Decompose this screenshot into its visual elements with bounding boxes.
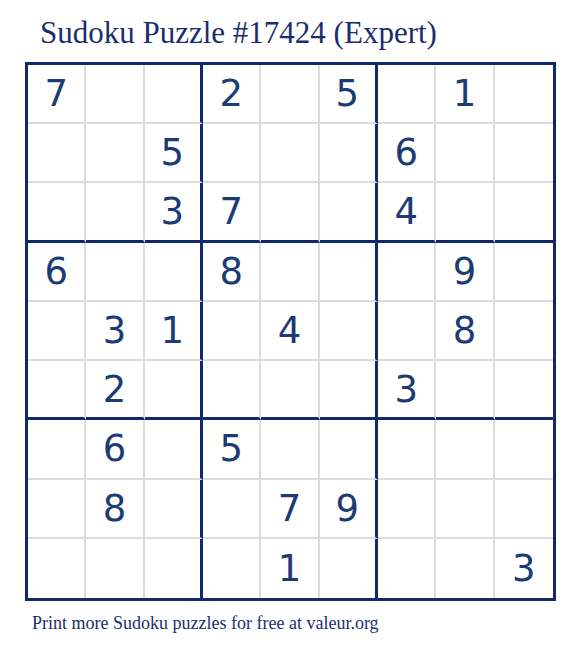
- sudoku-cell-r5c2[interactable]: 3: [86, 302, 144, 361]
- sudoku-board: 7251563746893148236587913: [25, 62, 556, 601]
- sudoku-cell-r7c7[interactable]: [378, 420, 436, 479]
- sudoku-cell-r5c9[interactable]: [495, 302, 553, 361]
- sudoku-cell-r6c5[interactable]: [261, 361, 319, 420]
- sudoku-cell-r8c9[interactable]: [495, 480, 553, 539]
- sudoku-cell-r6c4[interactable]: [203, 361, 261, 420]
- sudoku-cell-r1c6[interactable]: 5: [320, 65, 378, 124]
- sudoku-cell-r1c4[interactable]: 2: [203, 65, 261, 124]
- footer-text: Print more Sudoku puzzles for free at va…: [32, 613, 379, 634]
- sudoku-cell-r2c4[interactable]: [203, 124, 261, 183]
- sudoku-cell-r6c3[interactable]: [145, 361, 203, 420]
- sudoku-cell-r4c1[interactable]: 6: [28, 243, 86, 302]
- sudoku-cell-r3c7[interactable]: 4: [378, 183, 436, 242]
- sudoku-cell-r3c2[interactable]: [86, 183, 144, 242]
- sudoku-cell-r9c6[interactable]: [320, 539, 378, 598]
- sudoku-cell-r3c4[interactable]: 7: [203, 183, 261, 242]
- sudoku-cell-r2c2[interactable]: [86, 124, 144, 183]
- sudoku-cell-r1c9[interactable]: [495, 65, 553, 124]
- sudoku-cell-r8c2[interactable]: 8: [86, 480, 144, 539]
- sudoku-cell-r5c5[interactable]: 4: [261, 302, 319, 361]
- sudoku-cell-r8c4[interactable]: [203, 480, 261, 539]
- sudoku-cell-r2c7[interactable]: 6: [378, 124, 436, 183]
- sudoku-cell-r5c4[interactable]: [203, 302, 261, 361]
- sudoku-cell-r7c8[interactable]: [436, 420, 494, 479]
- sudoku-cell-r1c8[interactable]: 1: [436, 65, 494, 124]
- sudoku-cell-r7c1[interactable]: [28, 420, 86, 479]
- sudoku-cell-r6c2[interactable]: 2: [86, 361, 144, 420]
- sudoku-cell-r9c3[interactable]: [145, 539, 203, 598]
- sudoku-cell-r7c3[interactable]: [145, 420, 203, 479]
- sudoku-cell-r6c1[interactable]: [28, 361, 86, 420]
- sudoku-cell-r7c6[interactable]: [320, 420, 378, 479]
- sudoku-cell-r7c9[interactable]: [495, 420, 553, 479]
- sudoku-cell-r3c9[interactable]: [495, 183, 553, 242]
- sudoku-cell-r6c7[interactable]: 3: [378, 361, 436, 420]
- sudoku-cell-r3c8[interactable]: [436, 183, 494, 242]
- sudoku-cell-r1c1[interactable]: 7: [28, 65, 86, 124]
- sudoku-cell-r2c3[interactable]: 5: [145, 124, 203, 183]
- sudoku-cell-r3c6[interactable]: [320, 183, 378, 242]
- sudoku-cell-r1c3[interactable]: [145, 65, 203, 124]
- sudoku-cell-r7c2[interactable]: 6: [86, 420, 144, 479]
- sudoku-cell-r7c5[interactable]: [261, 420, 319, 479]
- sudoku-cell-r8c3[interactable]: [145, 480, 203, 539]
- sudoku-cell-r2c8[interactable]: [436, 124, 494, 183]
- sudoku-cell-r9c7[interactable]: [378, 539, 436, 598]
- sudoku-cell-r1c2[interactable]: [86, 65, 144, 124]
- sudoku-cell-r2c9[interactable]: [495, 124, 553, 183]
- sudoku-cell-r2c6[interactable]: [320, 124, 378, 183]
- sudoku-cell-r4c9[interactable]: [495, 243, 553, 302]
- sudoku-cell-r3c5[interactable]: [261, 183, 319, 242]
- sudoku-cell-r1c5[interactable]: [261, 65, 319, 124]
- sudoku-cell-r2c1[interactable]: [28, 124, 86, 183]
- sudoku-cell-r8c7[interactable]: [378, 480, 436, 539]
- sudoku-cell-r7c4[interactable]: 5: [203, 420, 261, 479]
- sudoku-cell-r4c5[interactable]: [261, 243, 319, 302]
- sudoku-cell-r1c7[interactable]: [378, 65, 436, 124]
- sudoku-cell-r9c9[interactable]: 3: [495, 539, 553, 598]
- page-title: Sudoku Puzzle #17424 (Expert): [40, 14, 437, 51]
- sudoku-cell-r8c1[interactable]: [28, 480, 86, 539]
- sudoku-cell-r3c1[interactable]: [28, 183, 86, 242]
- sudoku-cell-r8c6[interactable]: 9: [320, 480, 378, 539]
- sudoku-cell-r6c9[interactable]: [495, 361, 553, 420]
- sudoku-cell-r9c1[interactable]: [28, 539, 86, 598]
- sudoku-page: Sudoku Puzzle #17424 (Expert) 7251563746…: [0, 0, 580, 651]
- sudoku-cell-r9c4[interactable]: [203, 539, 261, 598]
- sudoku-cell-r4c3[interactable]: [145, 243, 203, 302]
- sudoku-cell-r9c2[interactable]: [86, 539, 144, 598]
- sudoku-cell-r5c6[interactable]: [320, 302, 378, 361]
- sudoku-cell-r4c2[interactable]: [86, 243, 144, 302]
- sudoku-cell-r5c7[interactable]: [378, 302, 436, 361]
- sudoku-cell-r9c8[interactable]: [436, 539, 494, 598]
- sudoku-cell-r4c8[interactable]: 9: [436, 243, 494, 302]
- sudoku-cell-r6c8[interactable]: [436, 361, 494, 420]
- sudoku-cell-r4c6[interactable]: [320, 243, 378, 302]
- sudoku-cell-r4c7[interactable]: [378, 243, 436, 302]
- sudoku-cell-r2c5[interactable]: [261, 124, 319, 183]
- sudoku-cell-r5c1[interactable]: [28, 302, 86, 361]
- sudoku-cell-r8c5[interactable]: 7: [261, 480, 319, 539]
- sudoku-cell-r9c5[interactable]: 1: [261, 539, 319, 598]
- sudoku-cell-r3c3[interactable]: 3: [145, 183, 203, 242]
- sudoku-cell-r5c8[interactable]: 8: [436, 302, 494, 361]
- sudoku-cell-r4c4[interactable]: 8: [203, 243, 261, 302]
- sudoku-cell-r8c8[interactable]: [436, 480, 494, 539]
- sudoku-cell-r5c3[interactable]: 1: [145, 302, 203, 361]
- sudoku-cell-r6c6[interactable]: [320, 361, 378, 420]
